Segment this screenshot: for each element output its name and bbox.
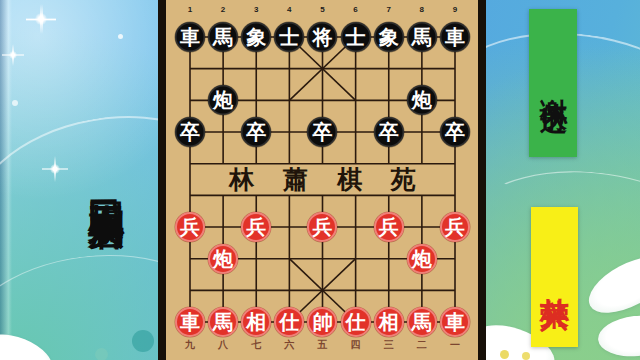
- board-intersection: [372, 85, 405, 117]
- file-numbers-bottom: 九八七六五四三二一: [173, 338, 471, 352]
- board-intersection: 兵: [372, 211, 405, 243]
- board-intersection: [405, 274, 438, 306]
- board-intersection: 炮: [405, 243, 438, 275]
- file-numbers-top: 123456789: [173, 5, 471, 14]
- black-piece-卒[interactable]: 卒: [374, 117, 404, 147]
- board-intersection: 象: [372, 21, 405, 53]
- black-piece-炮[interactable]: 炮: [208, 85, 238, 115]
- file-numeral: 一: [438, 338, 471, 352]
- file-number: 5: [306, 5, 339, 14]
- board-intersection: 兵: [438, 211, 471, 243]
- red-piece-帥[interactable]: 帥: [307, 307, 337, 337]
- board-intersection: 将: [306, 21, 339, 53]
- file-numeral: 八: [207, 338, 240, 352]
- black-piece-士[interactable]: 士: [274, 22, 304, 52]
- board-intersection: [273, 85, 306, 117]
- board-intersection: [372, 179, 405, 211]
- board-intersection: 卒: [306, 116, 339, 148]
- board-intersection: [438, 53, 471, 85]
- board-intersection: [240, 148, 273, 180]
- black-piece-卒[interactable]: 卒: [307, 117, 337, 147]
- file-number: 7: [372, 5, 405, 14]
- board-intersection: [173, 274, 206, 306]
- board-intersection: 車: [173, 306, 206, 338]
- board-intersection: [173, 148, 206, 180]
- board-intersection: [240, 53, 273, 85]
- file-number: 9: [438, 5, 471, 14]
- board-intersection: [405, 116, 438, 148]
- file-numeral: 六: [273, 338, 306, 352]
- file-number: 3: [240, 5, 273, 14]
- board-intersection: [240, 243, 273, 275]
- flower-center: [522, 352, 530, 360]
- board-intersection: 仕: [339, 306, 372, 338]
- board-intersection: 兵: [240, 211, 273, 243]
- board-intersection: [438, 85, 471, 117]
- board-intersection: 馬: [405, 306, 438, 338]
- board-intersection: [372, 274, 405, 306]
- red-piece-兵[interactable]: 兵: [440, 212, 470, 242]
- board-intersection: 馬: [207, 306, 240, 338]
- board-intersection: [438, 148, 471, 180]
- page-title: 民国棋王小剃头名局: [60, 0, 152, 360]
- board-intersection: 馬: [207, 21, 240, 53]
- red-piece-馬[interactable]: 馬: [407, 307, 437, 337]
- board-intersection: [306, 243, 339, 275]
- video-frame: 民国棋王小剃头名局 123456789 林蕭棋苑 車馬象士将士象馬車炮炮卒卒卒卒…: [0, 0, 640, 360]
- black-piece-象[interactable]: 象: [241, 22, 271, 52]
- board-intersection: [405, 179, 438, 211]
- red-piece-兵[interactable]: 兵: [374, 212, 404, 242]
- sparkle-icon: [26, 4, 56, 34]
- black-piece-象[interactable]: 象: [374, 22, 404, 52]
- board-intersection: [372, 53, 405, 85]
- board-intersection: [438, 274, 471, 306]
- board-intersection: [306, 148, 339, 180]
- board-intersection: [405, 53, 438, 85]
- board-intersection: [207, 274, 240, 306]
- red-piece-仕[interactable]: 仕: [274, 307, 304, 337]
- red-piece-炮[interactable]: 炮: [407, 244, 437, 274]
- board-intersection: [273, 274, 306, 306]
- xiangqi-board: 123456789 林蕭棋苑 車馬象士将士象馬車炮炮卒卒卒卒卒兵兵兵兵兵炮炮車馬…: [158, 0, 486, 360]
- board-intersection: [405, 211, 438, 243]
- board-intersection: 卒: [173, 116, 206, 148]
- file-numeral: 七: [240, 338, 273, 352]
- board-intersection: [273, 211, 306, 243]
- board-intersection: 仕: [273, 306, 306, 338]
- board-intersection: 士: [339, 21, 372, 53]
- board-intersection: [173, 179, 206, 211]
- red-piece-炮[interactable]: 炮: [208, 244, 238, 274]
- file-numeral: 九: [173, 338, 206, 352]
- file-number: 8: [405, 5, 438, 14]
- board-intersection: [273, 243, 306, 275]
- red-piece-車[interactable]: 車: [175, 307, 205, 337]
- board-intersection: [372, 148, 405, 180]
- black-piece-炮[interactable]: 炮: [407, 85, 437, 115]
- board-intersection: 車: [438, 306, 471, 338]
- flower-center: [500, 350, 509, 359]
- black-piece-馬[interactable]: 馬: [208, 22, 238, 52]
- board-intersection: [339, 243, 372, 275]
- board-intersection: 車: [438, 21, 471, 53]
- black-piece-将[interactable]: 将: [307, 22, 337, 52]
- red-piece-相[interactable]: 相: [374, 307, 404, 337]
- board-intersection: 馬: [405, 21, 438, 53]
- board-intersection: 卒: [372, 116, 405, 148]
- board-intersection: [438, 179, 471, 211]
- red-piece-仕[interactable]: 仕: [341, 307, 371, 337]
- board-intersection: [273, 53, 306, 85]
- red-piece-車[interactable]: 車: [440, 307, 470, 337]
- flower-petal: [596, 312, 640, 360]
- board-intersection: [273, 148, 306, 180]
- board-intersection: 相: [372, 306, 405, 338]
- board-intersection: [339, 85, 372, 117]
- black-piece-卒[interactable]: 卒: [241, 117, 271, 147]
- black-piece-卒[interactable]: 卒: [175, 117, 205, 147]
- board-intersection: [273, 116, 306, 148]
- black-piece-卒[interactable]: 卒: [440, 117, 470, 147]
- file-number: 4: [273, 5, 306, 14]
- red-piece-馬[interactable]: 馬: [208, 307, 238, 337]
- board-intersection: 炮: [405, 85, 438, 117]
- board-intersection: [207, 179, 240, 211]
- board-intersection: 車: [173, 21, 206, 53]
- black-piece-馬[interactable]: 馬: [407, 22, 437, 52]
- board-intersection: [207, 53, 240, 85]
- board-intersection: [240, 274, 273, 306]
- board-intersection: [339, 274, 372, 306]
- board-intersection: [405, 148, 438, 180]
- board-intersection: [372, 243, 405, 275]
- board-intersection: 卒: [438, 116, 471, 148]
- file-numeral: 五: [306, 338, 339, 352]
- board-intersection: 炮: [207, 85, 240, 117]
- board-intersection: [240, 85, 273, 117]
- bokeh-dot: [12, 100, 18, 106]
- board-intersection: 象: [240, 21, 273, 53]
- red-piece-相[interactable]: 相: [241, 307, 271, 337]
- board-intersection: [306, 179, 339, 211]
- black-piece-士[interactable]: 士: [341, 22, 371, 52]
- player-label-red: 林荣兴: [531, 207, 578, 347]
- file-numeral: 三: [372, 338, 405, 352]
- board-intersection: [339, 116, 372, 148]
- board-intersection: [339, 53, 372, 85]
- red-piece-兵[interactable]: 兵: [307, 212, 337, 242]
- file-numeral: 四: [339, 338, 372, 352]
- sparkle-icon: [2, 44, 24, 66]
- board-intersection: [339, 148, 372, 180]
- file-number: 6: [339, 5, 372, 14]
- black-piece-車[interactable]: 車: [440, 22, 470, 52]
- file-number: 2: [207, 5, 240, 14]
- file-number: 1: [173, 5, 206, 14]
- board-intersection: 兵: [306, 211, 339, 243]
- red-piece-兵[interactable]: 兵: [175, 212, 205, 242]
- red-piece-兵[interactable]: 兵: [241, 212, 271, 242]
- board-intersection: 卒: [240, 116, 273, 148]
- board-intersection: [173, 53, 206, 85]
- board-intersection: [173, 243, 206, 275]
- board-intersection: [207, 116, 240, 148]
- board-intersection: [438, 243, 471, 275]
- board-intersection: 相: [240, 306, 273, 338]
- black-piece-車[interactable]: 車: [175, 22, 205, 52]
- board-intersection: [240, 179, 273, 211]
- board-intersection: [306, 85, 339, 117]
- board-intersection: 兵: [173, 211, 206, 243]
- board-intersection: [339, 179, 372, 211]
- file-numeral: 二: [405, 338, 438, 352]
- board-intersection: 炮: [207, 243, 240, 275]
- board-intersection: [339, 211, 372, 243]
- board-intersection: 士: [273, 21, 306, 53]
- player-label-black: 谢侠逊: [529, 9, 577, 157]
- board-grid: 車馬象士将士象馬車炮炮卒卒卒卒卒兵兵兵兵兵炮炮車馬相仕帥仕相馬車: [173, 21, 471, 338]
- board-intersection: [207, 148, 240, 180]
- board-intersection: [273, 179, 306, 211]
- board-intersection: [207, 211, 240, 243]
- board-intersection: [306, 53, 339, 85]
- board-intersection: 帥: [306, 306, 339, 338]
- board-intersection: [306, 274, 339, 306]
- board-intersection: [173, 85, 206, 117]
